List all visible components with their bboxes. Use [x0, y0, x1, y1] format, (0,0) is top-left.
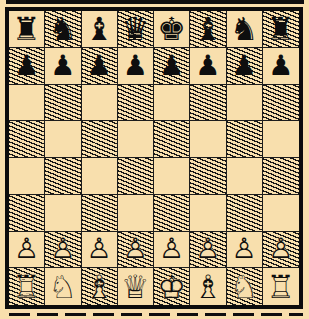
white-pawn-outline: ♙ — [118, 232, 153, 268]
black-knight: ♞ — [45, 11, 80, 47]
square-c2[interactable]: ♟♙ — [82, 232, 118, 269]
square-e3[interactable] — [154, 195, 190, 232]
white-knight-outline: ♘ — [227, 268, 262, 305]
black-queen: ♛ — [118, 11, 153, 47]
white-pawn: ♟♙ — [154, 232, 189, 268]
square-f7[interactable]: ♟ — [190, 48, 226, 85]
square-d3[interactable] — [118, 195, 154, 232]
square-a5[interactable] — [9, 121, 45, 158]
square-a3[interactable] — [9, 195, 45, 232]
white-king: ♚♔ — [154, 268, 189, 305]
board-frame: ♜♞♝♛♚♝♞♜♟♟♟♟♟♟♟♟♟♙♟♙♟♙♟♙♟♙♟♙♟♙♟♙♜♖♞♘♝♗♛♕… — [5, 7, 303, 309]
black-king: ♚ — [154, 11, 189, 47]
square-d1[interactable]: ♛♕ — [118, 268, 154, 305]
black-pawn: ♟ — [118, 48, 153, 84]
white-queen: ♛♕ — [118, 268, 153, 305]
black-pawn: ♟ — [263, 48, 299, 84]
white-bishop-outline: ♗ — [190, 268, 225, 305]
square-h8[interactable]: ♜ — [263, 11, 299, 48]
black-pawn: ♟ — [45, 48, 80, 84]
white-pawn-outline: ♙ — [154, 232, 189, 268]
square-e4[interactable] — [154, 158, 190, 195]
square-b8[interactable]: ♞ — [45, 11, 81, 48]
white-bishop: ♝♗ — [190, 268, 225, 305]
square-a7[interactable]: ♟ — [9, 48, 45, 85]
square-d8[interactable]: ♛ — [118, 11, 154, 48]
square-f6[interactable] — [190, 85, 226, 122]
square-c4[interactable] — [82, 158, 118, 195]
white-bishop-outline: ♗ — [82, 268, 117, 305]
white-pawn: ♟♙ — [45, 232, 80, 268]
square-g6[interactable] — [227, 85, 263, 122]
square-g8[interactable]: ♞ — [227, 11, 263, 48]
black-pawn: ♟ — [9, 48, 44, 84]
square-g4[interactable] — [227, 158, 263, 195]
square-f2[interactable]: ♟♙ — [190, 232, 226, 269]
square-b2[interactable]: ♟♙ — [45, 232, 81, 269]
black-knight: ♞ — [227, 11, 262, 47]
square-b5[interactable] — [45, 121, 81, 158]
chess-board: ♜♞♝♛♚♝♞♜♟♟♟♟♟♟♟♟♟♙♟♙♟♙♟♙♟♙♟♙♟♙♟♙♜♖♞♘♝♗♛♕… — [9, 11, 299, 305]
square-g5[interactable] — [227, 121, 263, 158]
square-e6[interactable] — [154, 85, 190, 122]
square-d6[interactable] — [118, 85, 154, 122]
square-f8[interactable]: ♝ — [190, 11, 226, 48]
bottom-rule-line — [9, 313, 303, 316]
white-knight: ♞♘ — [45, 268, 80, 305]
square-a6[interactable] — [9, 85, 45, 122]
white-pawn-outline: ♙ — [227, 232, 262, 268]
square-h3[interactable] — [263, 195, 299, 232]
white-pawn: ♟♙ — [227, 232, 262, 268]
white-rook: ♜♖ — [9, 268, 44, 305]
square-c7[interactable]: ♟ — [82, 48, 118, 85]
square-g2[interactable]: ♟♙ — [227, 232, 263, 269]
square-c5[interactable] — [82, 121, 118, 158]
square-e1[interactable]: ♚♔ — [154, 268, 190, 305]
square-h5[interactable] — [263, 121, 299, 158]
black-bishop: ♝ — [190, 11, 225, 47]
square-g3[interactable] — [227, 195, 263, 232]
square-h1[interactable]: ♜♖ — [263, 268, 299, 305]
black-pawn: ♟ — [154, 48, 189, 84]
white-pawn-outline: ♙ — [82, 232, 117, 268]
square-d5[interactable] — [118, 121, 154, 158]
square-b3[interactable] — [45, 195, 81, 232]
white-pawn: ♟♙ — [263, 232, 299, 268]
white-queen-outline: ♕ — [118, 268, 153, 305]
square-c8[interactable]: ♝ — [82, 11, 118, 48]
square-g1[interactable]: ♞♘ — [227, 268, 263, 305]
square-f1[interactable]: ♝♗ — [190, 268, 226, 305]
square-g7[interactable]: ♟ — [227, 48, 263, 85]
square-h2[interactable]: ♟♙ — [263, 232, 299, 269]
white-bishop: ♝♗ — [82, 268, 117, 305]
white-king-outline: ♔ — [154, 268, 189, 305]
white-pawn: ♟♙ — [190, 232, 225, 268]
square-c3[interactable] — [82, 195, 118, 232]
white-rook: ♜♖ — [263, 268, 299, 305]
square-h6[interactable] — [263, 85, 299, 122]
top-rule-line — [6, 0, 304, 4]
white-rook-outline: ♖ — [263, 268, 299, 305]
square-f4[interactable] — [190, 158, 226, 195]
square-a8[interactable]: ♜ — [9, 11, 45, 48]
white-rook-outline: ♖ — [9, 268, 44, 305]
square-c6[interactable] — [82, 85, 118, 122]
black-pawn: ♟ — [82, 48, 117, 84]
black-pawn: ♟ — [227, 48, 262, 84]
black-bishop: ♝ — [82, 11, 117, 47]
square-d4[interactable] — [118, 158, 154, 195]
square-b6[interactable] — [45, 85, 81, 122]
square-h7[interactable]: ♟ — [263, 48, 299, 85]
black-rook: ♜ — [263, 11, 299, 47]
square-a2[interactable]: ♟♙ — [9, 232, 45, 269]
white-pawn-outline: ♙ — [190, 232, 225, 268]
black-pawn: ♟ — [190, 48, 225, 84]
square-f3[interactable] — [190, 195, 226, 232]
square-e8[interactable]: ♚ — [154, 11, 190, 48]
square-b1[interactable]: ♞♘ — [45, 268, 81, 305]
square-d2[interactable]: ♟♙ — [118, 232, 154, 269]
white-knight-outline: ♘ — [45, 268, 80, 305]
square-c1[interactable]: ♝♗ — [82, 268, 118, 305]
white-pawn: ♟♙ — [118, 232, 153, 268]
white-knight: ♞♘ — [227, 268, 262, 305]
white-pawn: ♟♙ — [82, 232, 117, 268]
square-a1[interactable]: ♜♖ — [9, 268, 45, 305]
white-pawn-outline: ♙ — [9, 232, 44, 268]
diagram-page: ♜♞♝♛♚♝♞♜♟♟♟♟♟♟♟♟♟♙♟♙♟♙♟♙♟♙♟♙♟♙♟♙♜♖♞♘♝♗♛♕… — [0, 0, 309, 319]
white-pawn-outline: ♙ — [45, 232, 80, 268]
square-a4[interactable] — [9, 158, 45, 195]
square-b4[interactable] — [45, 158, 81, 195]
square-b7[interactable]: ♟ — [45, 48, 81, 85]
square-h4[interactable] — [263, 158, 299, 195]
square-d7[interactable]: ♟ — [118, 48, 154, 85]
white-pawn: ♟♙ — [9, 232, 44, 268]
square-e5[interactable] — [154, 121, 190, 158]
square-f5[interactable] — [190, 121, 226, 158]
square-e2[interactable]: ♟♙ — [154, 232, 190, 269]
black-rook: ♜ — [9, 11, 44, 47]
square-e7[interactable]: ♟ — [154, 48, 190, 85]
white-pawn-outline: ♙ — [263, 232, 299, 268]
